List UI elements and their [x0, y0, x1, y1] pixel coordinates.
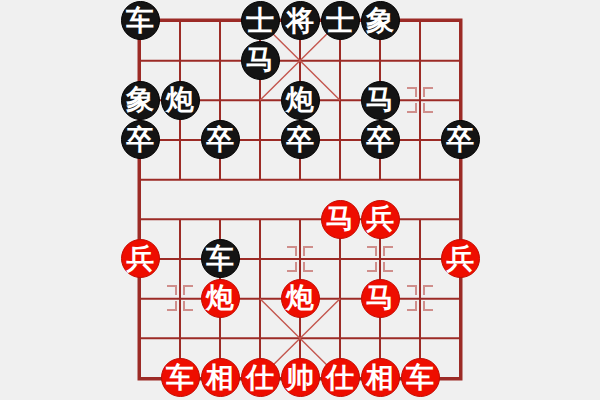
piece-red-chariot[interactable]: 车	[161, 358, 200, 397]
last-move-marker	[167, 285, 193, 311]
piece-black-soldier[interactable]: 卒	[361, 120, 400, 159]
last-move-marker	[287, 246, 313, 272]
piece-black-cannon[interactable]: 炮	[281, 81, 320, 120]
piece-red-soldier[interactable]: 兵	[441, 239, 480, 278]
last-move-marker	[367, 246, 393, 272]
piece-black-soldier[interactable]: 卒	[441, 120, 480, 159]
piece-black-soldier[interactable]: 卒	[281, 120, 320, 159]
piece-black-horse[interactable]: 马	[361, 81, 400, 120]
piece-black-cannon[interactable]: 炮	[161, 81, 200, 120]
piece-red-general[interactable]: 帅	[281, 358, 320, 397]
piece-red-horse[interactable]: 马	[361, 279, 400, 318]
piece-black-elephant[interactable]: 象	[121, 81, 160, 120]
piece-red-elephant[interactable]: 相	[201, 358, 240, 397]
piece-red-chariot[interactable]: 车	[401, 358, 440, 397]
last-move-marker	[407, 285, 433, 311]
piece-red-elephant[interactable]: 相	[361, 358, 400, 397]
piece-red-advisor[interactable]: 仕	[321, 358, 360, 397]
piece-black-elephant[interactable]: 象	[361, 1, 400, 40]
piece-black-chariot[interactable]: 车	[201, 239, 240, 278]
piece-red-cannon[interactable]: 炮	[201, 279, 240, 318]
xiangqi-board: 车士将士象马象炮炮马卒卒卒卒卒车马兵兵兵炮炮马车相仕帅仕相车	[0, 0, 600, 400]
piece-black-horse[interactable]: 马	[241, 41, 280, 80]
board-grid: 车士将士象马象炮炮马卒卒卒卒卒车马兵兵兵炮炮马车相仕帅仕相车	[120, 1, 480, 398]
piece-red-horse[interactable]: 马	[321, 200, 360, 239]
piece-red-soldier[interactable]: 兵	[121, 239, 160, 278]
piece-red-soldier[interactable]: 兵	[361, 200, 400, 239]
last-move-marker	[407, 87, 433, 113]
piece-black-general[interactable]: 将	[281, 1, 320, 40]
piece-black-soldier[interactable]: 卒	[201, 120, 240, 159]
piece-black-soldier[interactable]: 卒	[121, 120, 160, 159]
piece-red-cannon[interactable]: 炮	[281, 279, 320, 318]
piece-black-advisor[interactable]: 士	[321, 1, 360, 40]
piece-black-advisor[interactable]: 士	[241, 1, 280, 40]
piece-red-advisor[interactable]: 仕	[241, 358, 280, 397]
piece-black-chariot[interactable]: 车	[121, 1, 160, 40]
